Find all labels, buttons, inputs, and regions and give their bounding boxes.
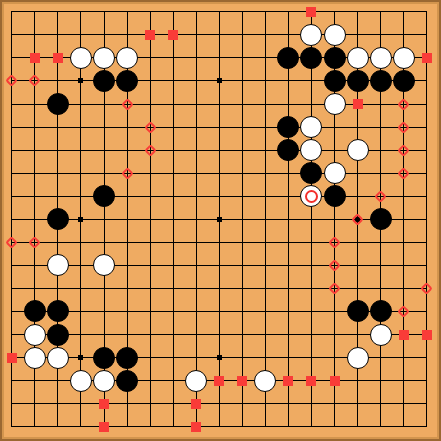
red-square-marker <box>353 99 363 109</box>
go-board[interactable] <box>0 0 441 441</box>
grid-line <box>311 11 312 427</box>
black-stone <box>277 47 299 69</box>
star-point <box>217 78 222 83</box>
black-stone <box>347 70 369 92</box>
red-circle-marker <box>397 305 410 318</box>
black-stone <box>24 300 46 322</box>
star-point <box>217 355 222 360</box>
black-stone <box>277 116 299 138</box>
white-stone <box>70 370 92 392</box>
star-point <box>217 217 222 222</box>
red-square-marker <box>306 376 316 386</box>
red-circle-marker <box>328 259 341 272</box>
red-square-marker <box>306 7 316 17</box>
red-square-marker <box>191 422 201 432</box>
red-square-marker <box>399 330 409 340</box>
red-square-marker <box>422 330 432 340</box>
red-circle-marker <box>420 282 433 295</box>
black-stone <box>347 300 369 322</box>
black-stone <box>277 139 299 161</box>
red-circle-marker <box>28 236 41 249</box>
white-stone <box>347 139 369 161</box>
white-stone <box>370 47 392 69</box>
red-circle-marker <box>397 144 410 157</box>
black-stone <box>47 300 69 322</box>
red-square-marker <box>283 376 293 386</box>
black-stone <box>324 185 346 207</box>
red-circle-marker <box>328 236 341 249</box>
white-stone <box>393 47 415 69</box>
white-stone <box>254 370 276 392</box>
grid-line <box>11 403 427 404</box>
red-square-marker <box>30 53 40 63</box>
white-stone <box>93 47 115 69</box>
red-circle-marker <box>121 98 134 111</box>
red-square-marker <box>53 53 63 63</box>
black-stone <box>116 347 138 369</box>
black-stone <box>93 70 115 92</box>
red-circle-marker <box>328 282 341 295</box>
grid-line <box>265 11 266 427</box>
black-stone <box>324 70 346 92</box>
red-square-marker <box>99 422 109 432</box>
white-stone <box>324 162 346 184</box>
red-circle-marker <box>374 190 387 203</box>
black-stone <box>47 208 69 230</box>
grid-line <box>11 242 427 243</box>
black-stone <box>370 300 392 322</box>
grid-line <box>426 11 427 427</box>
grid-line <box>11 288 427 289</box>
red-circle-marker <box>144 144 157 157</box>
white-stone <box>300 116 322 138</box>
black-stone <box>116 370 138 392</box>
black-stone <box>300 162 322 184</box>
last-move-marker <box>305 190 318 203</box>
white-stone <box>93 370 115 392</box>
white-stone <box>93 254 115 276</box>
star-point <box>78 78 83 83</box>
star-point <box>78 355 83 360</box>
black-stone <box>47 93 69 115</box>
red-square-marker <box>422 53 432 63</box>
white-stone <box>370 324 392 346</box>
red-square-marker <box>214 376 224 386</box>
black-stone <box>300 47 322 69</box>
white-stone <box>24 324 46 346</box>
white-stone <box>300 139 322 161</box>
red-square-marker <box>7 353 17 363</box>
red-circle-marker <box>144 121 157 134</box>
black-stone <box>93 185 115 207</box>
white-stone <box>47 347 69 369</box>
red-square-marker <box>237 376 247 386</box>
black-stone <box>93 347 115 369</box>
grid-line <box>11 426 427 427</box>
black-stone <box>393 70 415 92</box>
red-square-marker <box>168 30 178 40</box>
red-circle-marker <box>5 75 18 88</box>
red-square-marker <box>330 376 340 386</box>
red-circle-marker <box>397 121 410 134</box>
white-stone <box>116 47 138 69</box>
white-stone <box>24 347 46 369</box>
white-stone <box>70 47 92 69</box>
red-circle-marker <box>5 236 18 249</box>
star-point <box>78 217 83 222</box>
red-square-marker <box>191 399 201 409</box>
grid-line <box>288 11 289 427</box>
red-circle-marker <box>351 213 364 226</box>
grid-line <box>11 265 427 266</box>
white-stone <box>185 370 207 392</box>
red-circle-marker <box>28 75 41 88</box>
red-circle-marker <box>121 167 134 180</box>
white-stone <box>47 254 69 276</box>
grid-line <box>11 334 427 335</box>
white-stone <box>324 93 346 115</box>
white-stone <box>324 24 346 46</box>
grid-line <box>242 11 243 427</box>
white-stone <box>300 24 322 46</box>
black-stone <box>116 70 138 92</box>
red-square-marker <box>99 399 109 409</box>
black-stone <box>370 208 392 230</box>
white-stone <box>347 347 369 369</box>
red-circle-marker <box>397 167 410 180</box>
black-stone <box>324 47 346 69</box>
red-circle-marker <box>397 98 410 111</box>
white-stone <box>347 47 369 69</box>
red-square-marker <box>145 30 155 40</box>
black-stone <box>370 70 392 92</box>
black-stone <box>47 324 69 346</box>
